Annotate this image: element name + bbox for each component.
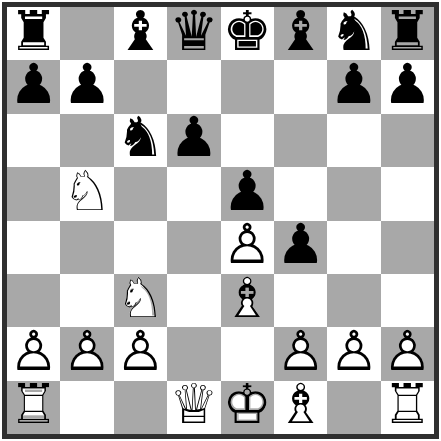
square-g2[interactable]: ♟♙ bbox=[327, 327, 380, 380]
square-e5[interactable]: ♟ bbox=[221, 167, 274, 220]
white-rook-h1: ♜♖ bbox=[381, 381, 434, 434]
black-pawn-f4: ♟ bbox=[274, 221, 327, 274]
square-a5[interactable] bbox=[7, 167, 60, 220]
square-d5[interactable] bbox=[167, 167, 220, 220]
black-knight-glyph: ♞ bbox=[116, 114, 165, 166]
square-b8[interactable] bbox=[60, 7, 113, 60]
white-king-e1: ♚♔ bbox=[221, 381, 274, 434]
black-pawn-g7: ♟ bbox=[327, 60, 380, 113]
white-knight-outline-glyph: ♘ bbox=[116, 274, 165, 326]
square-f6[interactable] bbox=[274, 114, 327, 167]
black-pawn-glyph: ♟ bbox=[62, 60, 111, 112]
square-c3[interactable]: ♞♘ bbox=[114, 274, 167, 327]
square-e4[interactable]: ♟♙ bbox=[221, 221, 274, 274]
square-h6[interactable] bbox=[381, 114, 434, 167]
black-bishop-glyph: ♝ bbox=[116, 7, 165, 59]
square-d8[interactable]: ♛ bbox=[167, 7, 220, 60]
square-g1[interactable] bbox=[327, 381, 380, 434]
white-bishop-outline-glyph: ♗ bbox=[223, 274, 272, 326]
square-e6[interactable] bbox=[221, 114, 274, 167]
square-e1[interactable]: ♚♔ bbox=[221, 381, 274, 434]
white-bishop-outline-glyph: ♗ bbox=[276, 381, 325, 433]
black-pawn-glyph: ♟ bbox=[9, 60, 58, 112]
square-g3[interactable] bbox=[327, 274, 380, 327]
white-knight-b5: ♞♘ bbox=[60, 167, 113, 220]
square-f4[interactable]: ♟ bbox=[274, 221, 327, 274]
square-g8[interactable]: ♞ bbox=[327, 7, 380, 60]
square-c1[interactable] bbox=[114, 381, 167, 434]
square-e8[interactable]: ♚ bbox=[221, 7, 274, 60]
white-pawn-outline-glyph: ♙ bbox=[276, 327, 325, 379]
square-f2[interactable]: ♟♙ bbox=[274, 327, 327, 380]
square-c7[interactable] bbox=[114, 60, 167, 113]
white-rook-outline-glyph: ♖ bbox=[9, 381, 58, 433]
chess-board: ♜♝♛♚♝♞♜♟♟♟♟♞♟♞♘♟♟♙♟♞♘♝♗♟♙♟♙♟♙♟♙♟♙♟♙♜♖♛♕♚… bbox=[7, 7, 434, 434]
black-knight-g8: ♞ bbox=[327, 7, 380, 60]
black-rook-a8: ♜ bbox=[7, 7, 60, 60]
square-c8[interactable]: ♝ bbox=[114, 7, 167, 60]
square-d7[interactable] bbox=[167, 60, 220, 113]
square-h4[interactable] bbox=[381, 221, 434, 274]
square-a3[interactable] bbox=[7, 274, 60, 327]
square-d6[interactable]: ♟ bbox=[167, 114, 220, 167]
square-e7[interactable] bbox=[221, 60, 274, 113]
white-pawn-a2: ♟♙ bbox=[7, 327, 60, 380]
black-pawn-glyph: ♟ bbox=[223, 167, 272, 219]
square-d2[interactable] bbox=[167, 327, 220, 380]
black-king-e8: ♚ bbox=[221, 7, 274, 60]
chessboard-diagram: ♜♝♛♚♝♞♜♟♟♟♟♞♟♞♘♟♟♙♟♞♘♝♗♟♙♟♙♟♙♟♙♟♙♟♙♜♖♛♕♚… bbox=[0, 0, 441, 441]
square-g6[interactable] bbox=[327, 114, 380, 167]
white-king-outline-glyph: ♔ bbox=[223, 381, 272, 433]
white-knight-c3: ♞♘ bbox=[114, 274, 167, 327]
white-pawn-outline-glyph: ♙ bbox=[383, 327, 432, 379]
black-pawn-a7: ♟ bbox=[7, 60, 60, 113]
black-bishop-glyph: ♝ bbox=[276, 7, 325, 59]
white-bishop-f1: ♝♗ bbox=[274, 381, 327, 434]
square-b1[interactable] bbox=[60, 381, 113, 434]
square-d3[interactable] bbox=[167, 274, 220, 327]
black-pawn-b7: ♟ bbox=[60, 60, 113, 113]
square-a8[interactable]: ♜ bbox=[7, 7, 60, 60]
square-h8[interactable]: ♜ bbox=[381, 7, 434, 60]
black-queen-glyph: ♛ bbox=[169, 7, 218, 59]
white-pawn-h2: ♟♙ bbox=[381, 327, 434, 380]
black-bishop-f8: ♝ bbox=[274, 7, 327, 60]
black-king-glyph: ♚ bbox=[223, 7, 272, 59]
board-frame: ♜♝♛♚♝♞♜♟♟♟♟♞♟♞♘♟♟♙♟♞♘♝♗♟♙♟♙♟♙♟♙♟♙♟♙♜♖♛♕♚… bbox=[2, 2, 439, 439]
square-h2[interactable]: ♟♙ bbox=[381, 327, 434, 380]
square-b2[interactable]: ♟♙ bbox=[60, 327, 113, 380]
square-h7[interactable]: ♟ bbox=[381, 60, 434, 113]
white-bishop-e3: ♝♗ bbox=[221, 274, 274, 327]
square-f1[interactable]: ♝♗ bbox=[274, 381, 327, 434]
white-pawn-b2: ♟♙ bbox=[60, 327, 113, 380]
black-knight-c6: ♞ bbox=[114, 114, 167, 167]
square-b3[interactable] bbox=[60, 274, 113, 327]
square-a7[interactable]: ♟ bbox=[7, 60, 60, 113]
square-h3[interactable] bbox=[381, 274, 434, 327]
square-a4[interactable] bbox=[7, 221, 60, 274]
square-h1[interactable]: ♜♖ bbox=[381, 381, 434, 434]
white-pawn-f2: ♟♙ bbox=[274, 327, 327, 380]
white-pawn-outline-glyph: ♙ bbox=[223, 221, 272, 273]
square-g5[interactable] bbox=[327, 167, 380, 220]
white-rook-outline-glyph: ♖ bbox=[383, 381, 432, 433]
square-e2[interactable] bbox=[221, 327, 274, 380]
square-b5[interactable]: ♞♘ bbox=[60, 167, 113, 220]
black-pawn-d6: ♟ bbox=[167, 114, 220, 167]
black-pawn-h7: ♟ bbox=[381, 60, 434, 113]
black-pawn-glyph: ♟ bbox=[276, 221, 325, 273]
square-f3[interactable] bbox=[274, 274, 327, 327]
black-pawn-e5: ♟ bbox=[221, 167, 274, 220]
white-pawn-g2: ♟♙ bbox=[327, 327, 380, 380]
white-pawn-e4: ♟♙ bbox=[221, 221, 274, 274]
square-b4[interactable] bbox=[60, 221, 113, 274]
square-h5[interactable] bbox=[381, 167, 434, 220]
square-e3[interactable]: ♝♗ bbox=[221, 274, 274, 327]
white-pawn-outline-glyph: ♙ bbox=[116, 327, 165, 379]
square-b6[interactable] bbox=[60, 114, 113, 167]
square-c2[interactable]: ♟♙ bbox=[114, 327, 167, 380]
square-c5[interactable] bbox=[114, 167, 167, 220]
black-pawn-glyph: ♟ bbox=[329, 60, 378, 112]
white-queen-outline-glyph: ♕ bbox=[169, 381, 218, 433]
white-pawn-outline-glyph: ♙ bbox=[9, 327, 58, 379]
square-g7[interactable]: ♟ bbox=[327, 60, 380, 113]
white-rook-a1: ♜♖ bbox=[7, 381, 60, 434]
white-queen-d1: ♛♕ bbox=[167, 381, 220, 434]
black-knight-glyph: ♞ bbox=[329, 7, 378, 59]
square-c4[interactable] bbox=[114, 221, 167, 274]
white-pawn-c2: ♟♙ bbox=[114, 327, 167, 380]
white-pawn-outline-glyph: ♙ bbox=[62, 327, 111, 379]
square-a2[interactable]: ♟♙ bbox=[7, 327, 60, 380]
square-d4[interactable] bbox=[167, 221, 220, 274]
black-bishop-c8: ♝ bbox=[114, 7, 167, 60]
black-rook-glyph: ♜ bbox=[383, 7, 432, 59]
square-f8[interactable]: ♝ bbox=[274, 7, 327, 60]
square-a1[interactable]: ♜♖ bbox=[7, 381, 60, 434]
square-b7[interactable]: ♟ bbox=[60, 60, 113, 113]
black-queen-d8: ♛ bbox=[167, 7, 220, 60]
square-f5[interactable] bbox=[274, 167, 327, 220]
square-c6[interactable]: ♞ bbox=[114, 114, 167, 167]
black-pawn-glyph: ♟ bbox=[383, 60, 432, 112]
square-g4[interactable] bbox=[327, 221, 380, 274]
black-rook-h8: ♜ bbox=[381, 7, 434, 60]
black-rook-glyph: ♜ bbox=[9, 7, 58, 59]
black-pawn-glyph: ♟ bbox=[169, 114, 218, 166]
square-f7[interactable] bbox=[274, 60, 327, 113]
white-knight-outline-glyph: ♘ bbox=[62, 167, 111, 219]
square-d1[interactable]: ♛♕ bbox=[167, 381, 220, 434]
square-a6[interactable] bbox=[7, 114, 60, 167]
white-pawn-outline-glyph: ♙ bbox=[329, 327, 378, 379]
